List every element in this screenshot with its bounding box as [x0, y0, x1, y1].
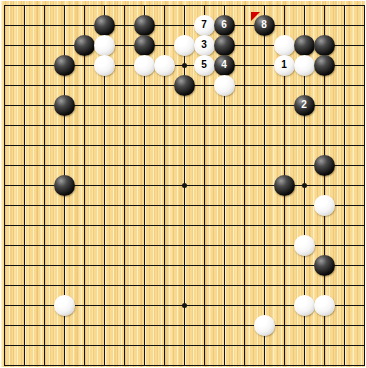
- intersection[interactable]: [254, 335, 274, 355]
- intersection[interactable]: [14, 175, 34, 195]
- intersection[interactable]: [214, 295, 234, 315]
- intersection[interactable]: [234, 355, 254, 367]
- intersection[interactable]: [134, 15, 154, 35]
- intersection[interactable]: [254, 355, 274, 367]
- intersection[interactable]: [274, 215, 294, 235]
- intersection[interactable]: [354, 215, 365, 235]
- intersection[interactable]: [334, 255, 354, 275]
- intersection[interactable]: [274, 35, 294, 55]
- intersection[interactable]: [354, 95, 365, 115]
- intersection[interactable]: [214, 75, 234, 95]
- intersection[interactable]: 6: [214, 15, 234, 35]
- intersection[interactable]: [174, 335, 194, 355]
- intersection[interactable]: [154, 75, 174, 95]
- intersection[interactable]: 4: [214, 55, 234, 75]
- intersection[interactable]: [314, 275, 334, 295]
- intersection[interactable]: [274, 115, 294, 135]
- intersection[interactable]: [274, 95, 294, 115]
- intersection[interactable]: [114, 135, 134, 155]
- intersection[interactable]: [34, 15, 54, 35]
- intersection[interactable]: [254, 55, 274, 75]
- intersection[interactable]: [1, 55, 14, 75]
- intersection[interactable]: [14, 135, 34, 155]
- intersection[interactable]: [94, 155, 114, 175]
- intersection[interactable]: [354, 315, 365, 335]
- intersection[interactable]: [74, 115, 94, 135]
- intersection[interactable]: [334, 235, 354, 255]
- intersection[interactable]: [354, 115, 365, 135]
- intersection[interactable]: [174, 215, 194, 235]
- intersection[interactable]: [34, 275, 54, 295]
- intersection[interactable]: [254, 275, 274, 295]
- intersection[interactable]: [34, 55, 54, 75]
- intersection[interactable]: [174, 155, 194, 175]
- intersection[interactable]: [174, 355, 194, 367]
- intersection[interactable]: 2: [294, 95, 314, 115]
- intersection[interactable]: [1, 255, 14, 275]
- intersection[interactable]: [274, 275, 294, 295]
- intersection[interactable]: [34, 115, 54, 135]
- intersection[interactable]: [334, 35, 354, 55]
- intersection[interactable]: [74, 315, 94, 335]
- intersection[interactable]: [354, 55, 365, 75]
- intersection[interactable]: [54, 95, 74, 115]
- intersection[interactable]: [194, 115, 214, 135]
- intersection[interactable]: [54, 275, 74, 295]
- intersection[interactable]: [34, 155, 54, 175]
- intersection[interactable]: [274, 75, 294, 95]
- intersection[interactable]: [214, 35, 234, 55]
- intersection[interactable]: [134, 255, 154, 275]
- intersection[interactable]: [294, 215, 314, 235]
- intersection[interactable]: [214, 235, 234, 255]
- intersection[interactable]: [174, 55, 194, 75]
- intersection[interactable]: [194, 155, 214, 175]
- intersection[interactable]: [154, 195, 174, 215]
- intersection[interactable]: [214, 355, 234, 367]
- intersection[interactable]: [114, 215, 134, 235]
- intersection[interactable]: [214, 275, 234, 295]
- intersection[interactable]: [334, 55, 354, 75]
- intersection[interactable]: [94, 175, 114, 195]
- intersection[interactable]: [34, 75, 54, 95]
- intersection[interactable]: [294, 295, 314, 315]
- intersection[interactable]: [254, 215, 274, 235]
- intersection[interactable]: [34, 95, 54, 115]
- intersection[interactable]: [74, 255, 94, 275]
- intersection[interactable]: [134, 195, 154, 215]
- intersection[interactable]: [134, 155, 154, 175]
- intersection[interactable]: [174, 195, 194, 215]
- intersection[interactable]: [354, 195, 365, 215]
- intersection[interactable]: [114, 255, 134, 275]
- intersection[interactable]: [34, 255, 54, 275]
- intersection[interactable]: [214, 1, 234, 15]
- intersection[interactable]: [294, 1, 314, 15]
- intersection[interactable]: [114, 195, 134, 215]
- intersection[interactable]: [154, 335, 174, 355]
- intersection[interactable]: [354, 255, 365, 275]
- intersection[interactable]: [214, 335, 234, 355]
- intersection[interactable]: [114, 55, 134, 75]
- intersection[interactable]: [134, 335, 154, 355]
- intersection[interactable]: [354, 155, 365, 175]
- intersection[interactable]: [94, 75, 114, 95]
- intersection[interactable]: [114, 75, 134, 95]
- intersection[interactable]: [214, 215, 234, 235]
- intersection[interactable]: [134, 95, 154, 115]
- intersection[interactable]: [254, 255, 274, 275]
- intersection[interactable]: [94, 255, 114, 275]
- intersection[interactable]: [54, 175, 74, 195]
- intersection[interactable]: [174, 135, 194, 155]
- intersection[interactable]: [1, 75, 14, 95]
- intersection[interactable]: [34, 315, 54, 335]
- intersection[interactable]: [214, 155, 234, 175]
- intersection[interactable]: [134, 315, 154, 335]
- intersection[interactable]: [314, 95, 334, 115]
- intersection[interactable]: [294, 275, 314, 295]
- intersection[interactable]: [14, 95, 34, 115]
- intersection[interactable]: [174, 255, 194, 275]
- intersection[interactable]: [134, 115, 154, 135]
- intersection[interactable]: [34, 135, 54, 155]
- intersection[interactable]: [194, 315, 214, 335]
- intersection[interactable]: [134, 1, 154, 15]
- intersection[interactable]: [14, 1, 34, 15]
- intersection[interactable]: [274, 315, 294, 335]
- intersection[interactable]: [154, 155, 174, 175]
- intersection[interactable]: [194, 175, 214, 195]
- intersection[interactable]: [154, 35, 174, 55]
- intersection[interactable]: [274, 155, 294, 175]
- intersection[interactable]: [174, 15, 194, 35]
- intersection[interactable]: [154, 135, 174, 155]
- intersection[interactable]: [114, 295, 134, 315]
- intersection[interactable]: [274, 15, 294, 35]
- intersection[interactable]: [314, 15, 334, 35]
- intersection[interactable]: [74, 335, 94, 355]
- intersection[interactable]: [334, 95, 354, 115]
- intersection[interactable]: [294, 335, 314, 355]
- intersection[interactable]: [274, 195, 294, 215]
- intersection[interactable]: [1, 95, 14, 115]
- intersection[interactable]: [54, 335, 74, 355]
- intersection[interactable]: [114, 115, 134, 135]
- intersection[interactable]: [14, 295, 34, 315]
- intersection[interactable]: [314, 195, 334, 215]
- intersection[interactable]: [134, 275, 154, 295]
- intersection[interactable]: [134, 235, 154, 255]
- intersection[interactable]: [254, 135, 274, 155]
- intersection[interactable]: [1, 275, 14, 295]
- intersection[interactable]: [194, 195, 214, 215]
- intersection[interactable]: [254, 115, 274, 135]
- intersection[interactable]: [154, 1, 174, 15]
- intersection[interactable]: [54, 1, 74, 15]
- intersection[interactable]: [274, 335, 294, 355]
- intersection[interactable]: [154, 255, 174, 275]
- intersection[interactable]: [314, 75, 334, 95]
- intersection[interactable]: [334, 115, 354, 135]
- intersection[interactable]: [1, 195, 14, 215]
- intersection[interactable]: [274, 255, 294, 275]
- intersection[interactable]: [94, 315, 114, 335]
- intersection[interactable]: [314, 175, 334, 195]
- intersection[interactable]: [214, 315, 234, 335]
- intersection[interactable]: [114, 275, 134, 295]
- intersection[interactable]: [94, 115, 114, 135]
- intersection[interactable]: [194, 95, 214, 115]
- intersection[interactable]: [94, 1, 114, 15]
- intersection[interactable]: [314, 215, 334, 235]
- intersection[interactable]: [14, 255, 34, 275]
- intersection[interactable]: [194, 135, 214, 155]
- intersection[interactable]: [234, 55, 254, 75]
- intersection[interactable]: [194, 255, 214, 275]
- intersection[interactable]: [1, 155, 14, 175]
- intersection[interactable]: [94, 95, 114, 115]
- intersection[interactable]: [294, 195, 314, 215]
- intersection[interactable]: [114, 155, 134, 175]
- intersection[interactable]: [14, 35, 34, 55]
- intersection[interactable]: [174, 295, 194, 315]
- intersection[interactable]: [334, 135, 354, 155]
- intersection[interactable]: [294, 55, 314, 75]
- intersection[interactable]: [354, 175, 365, 195]
- intersection[interactable]: [174, 175, 194, 195]
- intersection[interactable]: [94, 335, 114, 355]
- intersection[interactable]: [274, 1, 294, 15]
- intersection[interactable]: [294, 15, 314, 35]
- intersection[interactable]: [194, 75, 214, 95]
- intersection[interactable]: [54, 55, 74, 75]
- intersection[interactable]: [94, 235, 114, 255]
- intersection[interactable]: [254, 155, 274, 175]
- intersection[interactable]: [294, 155, 314, 175]
- intersection[interactable]: [234, 335, 254, 355]
- intersection[interactable]: 1: [274, 55, 294, 75]
- intersection[interactable]: [1, 295, 14, 315]
- intersection[interactable]: [274, 235, 294, 255]
- intersection[interactable]: [214, 135, 234, 155]
- intersection[interactable]: [94, 355, 114, 367]
- intersection[interactable]: [134, 175, 154, 195]
- intersection[interactable]: [134, 55, 154, 75]
- intersection[interactable]: [114, 15, 134, 35]
- intersection[interactable]: [114, 1, 134, 15]
- intersection[interactable]: [74, 295, 94, 315]
- intersection[interactable]: [1, 215, 14, 235]
- intersection[interactable]: [154, 235, 174, 255]
- intersection[interactable]: [314, 315, 334, 335]
- intersection[interactable]: [54, 75, 74, 95]
- intersection[interactable]: [314, 35, 334, 55]
- intersection[interactable]: [174, 1, 194, 15]
- intersection[interactable]: [234, 35, 254, 55]
- intersection[interactable]: [174, 115, 194, 135]
- intersection[interactable]: [34, 35, 54, 55]
- intersection[interactable]: [54, 235, 74, 255]
- intersection[interactable]: [54, 215, 74, 235]
- intersection[interactable]: [194, 1, 214, 15]
- intersection[interactable]: [354, 295, 365, 315]
- intersection[interactable]: [254, 295, 274, 315]
- intersection[interactable]: [14, 315, 34, 335]
- intersection[interactable]: [94, 35, 114, 55]
- intersection[interactable]: [14, 75, 34, 95]
- intersection[interactable]: [194, 235, 214, 255]
- intersection[interactable]: [334, 15, 354, 35]
- intersection[interactable]: [34, 235, 54, 255]
- intersection[interactable]: [154, 115, 174, 135]
- intersection[interactable]: [314, 55, 334, 75]
- intersection[interactable]: [94, 275, 114, 295]
- intersection[interactable]: [294, 75, 314, 95]
- intersection[interactable]: [334, 1, 354, 15]
- intersection[interactable]: [254, 315, 274, 335]
- intersection[interactable]: [1, 15, 14, 35]
- intersection[interactable]: [334, 215, 354, 235]
- intersection[interactable]: [334, 275, 354, 295]
- intersection[interactable]: [34, 1, 54, 15]
- intersection[interactable]: [334, 75, 354, 95]
- intersection[interactable]: [214, 175, 234, 195]
- intersection[interactable]: [174, 95, 194, 115]
- intersection[interactable]: [34, 195, 54, 215]
- intersection[interactable]: [254, 235, 274, 255]
- intersection[interactable]: [194, 295, 214, 315]
- intersection[interactable]: [214, 255, 234, 275]
- intersection[interactable]: [314, 115, 334, 135]
- intersection[interactable]: [74, 195, 94, 215]
- intersection[interactable]: [234, 315, 254, 335]
- intersection[interactable]: [114, 95, 134, 115]
- intersection[interactable]: [354, 275, 365, 295]
- intersection[interactable]: [274, 355, 294, 367]
- intersection[interactable]: [174, 75, 194, 95]
- intersection[interactable]: [334, 335, 354, 355]
- intersection[interactable]: [234, 155, 254, 175]
- intersection[interactable]: [54, 155, 74, 175]
- intersection[interactable]: [14, 195, 34, 215]
- intersection[interactable]: [154, 15, 174, 35]
- intersection[interactable]: [354, 355, 365, 367]
- intersection[interactable]: [234, 235, 254, 255]
- intersection[interactable]: [214, 195, 234, 215]
- intersection[interactable]: [1, 315, 14, 335]
- intersection[interactable]: [294, 115, 314, 135]
- intersection[interactable]: [334, 195, 354, 215]
- intersection[interactable]: [14, 235, 34, 255]
- intersection[interactable]: [14, 215, 34, 235]
- intersection[interactable]: [234, 95, 254, 115]
- intersection[interactable]: [194, 215, 214, 235]
- intersection[interactable]: [334, 315, 354, 335]
- intersection[interactable]: [54, 255, 74, 275]
- intersection[interactable]: [294, 175, 314, 195]
- intersection[interactable]: [334, 355, 354, 367]
- intersection[interactable]: [1, 175, 14, 195]
- intersection[interactable]: [154, 55, 174, 75]
- intersection[interactable]: [134, 295, 154, 315]
- intersection[interactable]: [134, 75, 154, 95]
- intersection[interactable]: 8: [254, 15, 274, 35]
- intersection[interactable]: [14, 55, 34, 75]
- intersection[interactable]: [74, 215, 94, 235]
- intersection[interactable]: [294, 135, 314, 155]
- intersection[interactable]: [254, 95, 274, 115]
- intersection[interactable]: [354, 15, 365, 35]
- intersection[interactable]: [94, 215, 114, 235]
- intersection[interactable]: [134, 35, 154, 55]
- intersection[interactable]: [154, 175, 174, 195]
- intersection[interactable]: [114, 335, 134, 355]
- intersection[interactable]: [294, 315, 314, 335]
- intersection[interactable]: [214, 95, 234, 115]
- intersection[interactable]: [74, 15, 94, 35]
- intersection[interactable]: [234, 195, 254, 215]
- intersection[interactable]: [54, 135, 74, 155]
- intersection[interactable]: [354, 235, 365, 255]
- intersection[interactable]: [74, 1, 94, 15]
- intersection[interactable]: [274, 175, 294, 195]
- intersection[interactable]: [354, 135, 365, 155]
- intersection[interactable]: [234, 215, 254, 235]
- intersection[interactable]: [154, 295, 174, 315]
- intersection[interactable]: [54, 355, 74, 367]
- intersection[interactable]: [74, 275, 94, 295]
- intersection[interactable]: 5: [194, 55, 214, 75]
- intersection[interactable]: [34, 335, 54, 355]
- intersection[interactable]: [254, 175, 274, 195]
- intersection[interactable]: [294, 255, 314, 275]
- intersection[interactable]: [54, 315, 74, 335]
- intersection[interactable]: [114, 315, 134, 335]
- intersection[interactable]: [154, 215, 174, 235]
- intersection[interactable]: [294, 35, 314, 55]
- intersection[interactable]: [1, 115, 14, 135]
- intersection[interactable]: [154, 355, 174, 367]
- intersection[interactable]: [34, 295, 54, 315]
- intersection[interactable]: [234, 115, 254, 135]
- intersection[interactable]: [94, 55, 114, 75]
- intersection[interactable]: [94, 295, 114, 315]
- intersection[interactable]: [234, 255, 254, 275]
- intersection[interactable]: [114, 235, 134, 255]
- intersection[interactable]: [234, 295, 254, 315]
- intersection[interactable]: [74, 35, 94, 55]
- intersection[interactable]: [354, 75, 365, 95]
- intersection[interactable]: [314, 155, 334, 175]
- intersection[interactable]: [174, 235, 194, 255]
- intersection[interactable]: [254, 75, 274, 95]
- intersection[interactable]: [54, 15, 74, 35]
- intersection[interactable]: [194, 275, 214, 295]
- intersection[interactable]: [114, 35, 134, 55]
- intersection[interactable]: [154, 95, 174, 115]
- intersection[interactable]: [134, 355, 154, 367]
- intersection[interactable]: [254, 35, 274, 55]
- intersection[interactable]: [274, 135, 294, 155]
- intersection[interactable]: [334, 155, 354, 175]
- intersection[interactable]: [94, 135, 114, 155]
- intersection[interactable]: [14, 275, 34, 295]
- intersection[interactable]: [354, 1, 365, 15]
- intersection[interactable]: [1, 335, 14, 355]
- intersection[interactable]: [1, 35, 14, 55]
- intersection[interactable]: [174, 35, 194, 55]
